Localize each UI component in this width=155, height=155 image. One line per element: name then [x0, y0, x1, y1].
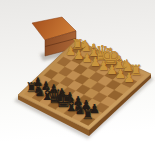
- chessboard: [0, 0, 155, 155]
- chess-set-photo: ♜♞♟♝♟♛♟♚♟♝♟♞♟♜♟♟♟♟♜♟♞♟♝♟♛♟♚♟♝♟♞♜: [0, 0, 155, 155]
